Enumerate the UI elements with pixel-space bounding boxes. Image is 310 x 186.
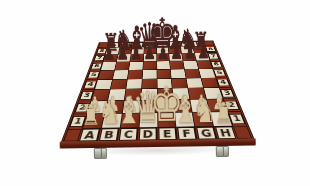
file-cell-f-top: F bbox=[168, 42, 181, 47]
file-label-h-top: H bbox=[193, 42, 204, 46]
square-b5 bbox=[113, 70, 128, 79]
square-e6 bbox=[157, 61, 170, 69]
square-g7: ♟ bbox=[182, 53, 196, 60]
rank-label-4-right: 4 bbox=[217, 79, 230, 86]
file-cell-b-bottom: B bbox=[98, 128, 120, 141]
square-c7: ♟ bbox=[130, 54, 143, 61]
chess-board: ABCDEFGH ABCDEFGH 87654321 87654321 ♜♞♝♛… bbox=[62, 41, 254, 143]
file-label-d-top: D bbox=[145, 42, 155, 46]
rank-cell-5-right: 5 bbox=[213, 68, 227, 77]
file-label-h-bottom: H bbox=[216, 127, 236, 139]
rank-label-7-left: 7 bbox=[94, 55, 105, 61]
rank-cell-4-right: 4 bbox=[216, 77, 231, 87]
rank-label-3-right: 3 bbox=[220, 89, 234, 97]
file-cell-b-top: B bbox=[120, 43, 133, 48]
hinge-right bbox=[216, 146, 229, 157]
square-a5 bbox=[98, 70, 114, 79]
file-cell-d-top: D bbox=[144, 42, 156, 47]
square-e7: ♟ bbox=[157, 54, 170, 61]
file-label-c-top: C bbox=[133, 43, 143, 47]
rank-label-6-right: 6 bbox=[211, 61, 223, 67]
file-label-g-top: G bbox=[181, 42, 192, 46]
file-label-a-bottom: A bbox=[79, 129, 99, 142]
square-d7: ♟ bbox=[143, 54, 156, 61]
rank-label-8-right: 8 bbox=[206, 47, 216, 52]
square-g4 bbox=[187, 78, 204, 88]
file-cell-c-top: C bbox=[132, 42, 145, 47]
square-a4 bbox=[95, 79, 112, 89]
file-cell-h-top: H bbox=[192, 41, 205, 46]
file-label-b-bottom: B bbox=[99, 128, 118, 141]
rank-label-1-right: 1 bbox=[229, 114, 246, 125]
square-g5 bbox=[185, 69, 201, 78]
file-cell-c-bottom: C bbox=[118, 128, 139, 141]
square-g6 bbox=[183, 61, 198, 69]
square-c5 bbox=[128, 70, 143, 79]
rank-cell-6-right: 6 bbox=[210, 60, 223, 68]
file-label-b-top: B bbox=[121, 43, 132, 47]
square-f6 bbox=[170, 61, 184, 69]
file-label-c-bottom: C bbox=[119, 128, 137, 141]
file-label-e-top: E bbox=[157, 42, 167, 46]
file-label-d-bottom: D bbox=[139, 128, 156, 141]
rank-label-6-left: 6 bbox=[91, 63, 102, 69]
chess-set: ABCDEFGH ABCDEFGH 87654321 87654321 ♜♞♝♛… bbox=[59, 0, 254, 163]
file-cell-h-bottom: H bbox=[214, 127, 237, 140]
file-label-e-bottom: E bbox=[159, 128, 176, 141]
square-b7: ♟ bbox=[117, 54, 131, 61]
rank-label-5-right: 5 bbox=[213, 70, 225, 77]
rank-label-7-right: 7 bbox=[208, 54, 219, 60]
rank-label-8-left: 8 bbox=[97, 48, 107, 53]
hinge-pin bbox=[222, 147, 223, 156]
square-b6 bbox=[115, 62, 129, 70]
square-f7: ♟ bbox=[169, 53, 182, 60]
square-g1: ♞ bbox=[193, 112, 213, 126]
square-d6 bbox=[143, 61, 156, 69]
rank-label-4-left: 4 bbox=[84, 81, 97, 89]
square-f1: ♝ bbox=[175, 113, 194, 127]
file-cell-e-top: E bbox=[156, 42, 168, 47]
file-cell-d-bottom: D bbox=[138, 128, 158, 141]
rank-label-5-left: 5 bbox=[87, 71, 99, 78]
file-cell-e-bottom: E bbox=[157, 127, 177, 140]
file-label-f-bottom: F bbox=[178, 127, 196, 140]
file-label-a-top: A bbox=[108, 43, 119, 47]
chess-set-product-photo: ABCDEFGH ABCDEFGH 87654321 87654321 ♜♞♝♛… bbox=[0, 0, 310, 186]
board-perspective: ABCDEFGH ABCDEFGH 87654321 87654321 ♜♞♝♛… bbox=[59, 0, 254, 143]
rank-label-2-right: 2 bbox=[224, 101, 239, 110]
hinge-pin bbox=[100, 149, 101, 158]
square-a6 bbox=[101, 62, 116, 70]
file-label-g-bottom: G bbox=[197, 127, 216, 140]
rank-cell-7-right: 7 bbox=[207, 53, 219, 61]
file-label-f-top: F bbox=[169, 42, 179, 46]
square-c6 bbox=[129, 62, 143, 70]
square-b4 bbox=[111, 79, 127, 89]
hinge-left bbox=[94, 148, 107, 159]
file-cell-f-bottom: F bbox=[176, 127, 197, 140]
board-shadow bbox=[54, 144, 262, 161]
